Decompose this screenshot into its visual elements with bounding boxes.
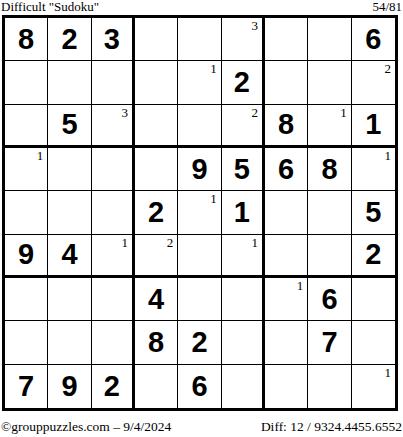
given-digit: 2: [148, 198, 164, 227]
cell-r8c3[interactable]: [92, 321, 135, 364]
given-digit: 8: [18, 25, 34, 54]
cell-r8c4[interactable]: 8: [135, 321, 178, 364]
cell-r8c6[interactable]: [222, 321, 265, 364]
cell-r5c3[interactable]: [92, 191, 135, 234]
given-digit: 8: [278, 110, 294, 139]
cell-r5c8[interactable]: [308, 191, 351, 234]
cell-r7c9[interactable]: [352, 278, 395, 321]
given-digit: 9: [61, 372, 77, 401]
cell-r1c6[interactable]: 3: [222, 18, 265, 61]
cell-r7c1[interactable]: [5, 278, 48, 321]
cell-r9c1[interactable]: 7: [5, 365, 48, 408]
given-digit: 7: [18, 372, 34, 401]
given-digit: 4: [61, 240, 77, 269]
pencil-mark: 1: [210, 192, 217, 205]
cell-r2c8[interactable]: [308, 61, 351, 104]
cell-r1c5[interactable]: [178, 18, 221, 61]
cell-r7c7[interactable]: 1: [265, 278, 308, 321]
cell-r5c2[interactable]: [48, 191, 91, 234]
cell-r8c7[interactable]: [265, 321, 308, 364]
cell-r8c9[interactable]: [352, 321, 395, 364]
cell-r4c5[interactable]: 9: [178, 148, 221, 191]
pencil-mark: 3: [251, 19, 258, 32]
cell-r4c8[interactable]: 8: [308, 148, 351, 191]
given-digit: 6: [365, 25, 381, 54]
cell-r9c8[interactable]: [308, 365, 351, 408]
cell-r4c4[interactable]: [135, 148, 178, 191]
given-digit: 2: [234, 68, 250, 97]
cell-r2c4[interactable]: [135, 61, 178, 104]
cell-r8c8[interactable]: 7: [308, 321, 351, 364]
cell-r3c4[interactable]: [135, 105, 178, 148]
cell-r1c9[interactable]: 6: [352, 18, 395, 61]
cell-r1c1[interactable]: 8: [5, 18, 48, 61]
pencil-mark: 1: [210, 62, 217, 75]
pencil-mark: 1: [297, 279, 304, 292]
pencil-mark: 2: [384, 62, 391, 75]
given-digit: 2: [104, 372, 120, 401]
cell-r5c4[interactable]: 2: [135, 191, 178, 234]
cell-r3c9[interactable]: 1: [352, 105, 395, 148]
cell-r9c4[interactable]: [135, 365, 178, 408]
cell-r1c7[interactable]: [265, 18, 308, 61]
cell-r6c2[interactable]: 4: [48, 235, 91, 278]
header: Difficult "Sudoku" 54/81: [0, 0, 403, 15]
cell-r1c3[interactable]: 3: [92, 18, 135, 61]
cell-r2c3[interactable]: [92, 61, 135, 104]
pencil-mark: 2: [167, 236, 174, 249]
pencil-mark: 1: [37, 149, 44, 162]
given-digit: 4: [148, 285, 164, 314]
cell-r7c5[interactable]: [178, 278, 221, 321]
cell-r6c6[interactable]: 1: [222, 235, 265, 278]
pencil-mark: 1: [121, 236, 128, 249]
cell-r1c2[interactable]: 2: [48, 18, 91, 61]
pencil-mark: 2: [251, 106, 258, 119]
cell-r2c5[interactable]: 1: [178, 61, 221, 104]
given-digit: 6: [278, 155, 294, 184]
cell-r7c8[interactable]: 6: [308, 278, 351, 321]
given-digit: 2: [61, 25, 77, 54]
cell-r5c1[interactable]: [5, 191, 48, 234]
pencil-mark: 1: [384, 366, 391, 379]
given-digit: 9: [191, 155, 207, 184]
cell-r1c4[interactable]: [135, 18, 178, 61]
given-digit: 5: [234, 155, 250, 184]
pencil-mark: 3: [121, 106, 128, 119]
cell-r6c9[interactable]: 2: [352, 235, 395, 278]
cell-r6c1[interactable]: 9: [5, 235, 48, 278]
cell-r5c5[interactable]: 1: [178, 191, 221, 234]
cell-r9c2[interactable]: 9: [48, 365, 91, 408]
cell-r6c7[interactable]: [265, 235, 308, 278]
puzzle-title: Difficult "Sudoku": [1, 0, 99, 14]
cell-r7c3[interactable]: [92, 278, 135, 321]
cell-r3c2[interactable]: 5: [48, 105, 91, 148]
cell-r3c1[interactable]: [5, 105, 48, 148]
cell-r3c3[interactable]: 3: [92, 105, 135, 148]
cell-r6c4[interactable]: 2: [135, 235, 178, 278]
cell-r8c5[interactable]: 2: [178, 321, 221, 364]
cell-r7c6[interactable]: [222, 278, 265, 321]
given-digit: 2: [191, 328, 207, 357]
cell-r5c7[interactable]: [265, 191, 308, 234]
cell-r3c7[interactable]: 8: [265, 105, 308, 148]
cell-r6c5[interactable]: [178, 235, 221, 278]
sudoku-board: 8233612253281119568121159412124168277926…: [2, 15, 398, 411]
pencil-mark: 1: [251, 236, 258, 249]
given-digit: 1: [365, 110, 381, 139]
given-digit: 6: [321, 285, 337, 314]
given-digit: 9: [18, 240, 34, 269]
cell-r8c2[interactable]: [48, 321, 91, 364]
footer: ©grouppuzzles.com – 9/4/2024 Diff: 12 / …: [0, 411, 403, 434]
given-digit: 8: [148, 328, 164, 357]
cell-r3c6[interactable]: 2: [222, 105, 265, 148]
cell-r7c4[interactable]: 4: [135, 278, 178, 321]
cell-r4c9[interactable]: 1: [352, 148, 395, 191]
given-digit: 3: [104, 25, 120, 54]
pencil-mark: 1: [340, 106, 347, 119]
given-digit: 5: [365, 198, 381, 227]
cell-r5c9[interactable]: 5: [352, 191, 395, 234]
pencil-mark: 1: [384, 149, 391, 162]
cell-r9c3[interactable]: 2: [92, 365, 135, 408]
cell-r4c6[interactable]: 5: [222, 148, 265, 191]
cell-r2c6[interactable]: 2: [222, 61, 265, 104]
cell-r4c1[interactable]: 1: [5, 148, 48, 191]
cell-r7c2[interactable]: [48, 278, 91, 321]
cell-r2c2[interactable]: [48, 61, 91, 104]
cell-r3c8[interactable]: 1: [308, 105, 351, 148]
cell-r9c5[interactable]: 6: [178, 365, 221, 408]
progress-counter: 54/81: [372, 0, 402, 14]
cell-r6c3[interactable]: 1: [92, 235, 135, 278]
cell-r1c8[interactable]: [308, 18, 351, 61]
cell-r2c1[interactable]: [5, 61, 48, 104]
cell-r6c8[interactable]: [308, 235, 351, 278]
cell-r4c7[interactable]: 6: [265, 148, 308, 191]
cell-r9c6[interactable]: [222, 365, 265, 408]
given-digit: 8: [321, 155, 337, 184]
cell-r9c9[interactable]: 1: [352, 365, 395, 408]
cell-r2c9[interactable]: 2: [352, 61, 395, 104]
given-digit: 5: [61, 110, 77, 139]
cell-r9c7[interactable]: [265, 365, 308, 408]
given-digit: 6: [191, 372, 207, 401]
cell-r8c1[interactable]: [5, 321, 48, 364]
cell-r3c5[interactable]: [178, 105, 221, 148]
copyright-date: ©grouppuzzles.com – 9/4/2024: [1, 419, 171, 434]
sudoku-page: Difficult "Sudoku" 54/81 823361225328111…: [0, 0, 403, 437]
cell-r2c7[interactable]: [265, 61, 308, 104]
difficulty-code: Diff: 12 / 9324.4455.6552: [261, 419, 402, 434]
cell-r4c2[interactable]: [48, 148, 91, 191]
given-digit: 7: [321, 328, 337, 357]
given-digit: 1: [234, 198, 250, 227]
cell-r4c3[interactable]: [92, 148, 135, 191]
given-digit: 2: [365, 240, 381, 269]
cell-r5c6[interactable]: 1: [222, 191, 265, 234]
